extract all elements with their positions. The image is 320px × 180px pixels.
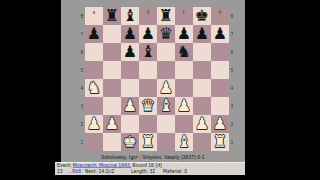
white-bishop: ♝	[175, 133, 193, 151]
square-d2	[139, 115, 157, 133]
square-b1	[103, 133, 121, 151]
coord-label-1: 1	[229, 133, 235, 151]
coord-label-f: f	[175, 0, 193, 7]
square-e2	[157, 115, 175, 133]
black-queen: ♛	[157, 25, 175, 43]
board-frame: abcdefgh 87654321 ♜♝♜♚♟♟♟♛♟♟♟♟♝♞♞♟♟♛♝♟♟♟…	[79, 0, 237, 158]
white-knight: ♞	[85, 79, 103, 97]
square-g4	[193, 79, 211, 97]
left-letterbox	[0, 0, 61, 180]
square-h6	[211, 43, 229, 61]
square-c5	[121, 61, 139, 79]
square-g6	[193, 43, 211, 61]
square-b4	[103, 79, 121, 97]
white-pawn: ♟	[175, 97, 193, 115]
white-bishop: ♝	[157, 97, 175, 115]
square-a1	[85, 133, 103, 151]
square-a6	[85, 43, 103, 61]
bottom-letterbox	[0, 175, 320, 180]
square-e5	[157, 61, 175, 79]
square-f5	[175, 61, 193, 79]
square-a3	[85, 97, 103, 115]
square-d3: ♛	[139, 97, 157, 115]
coord-label-4: 4	[229, 79, 235, 97]
coord-label-h: h	[211, 151, 229, 158]
coord-label-2: 2	[229, 115, 235, 133]
coord-label-h: h	[211, 0, 229, 7]
square-f1: ♝	[175, 133, 193, 151]
white-pawn: ♟	[211, 115, 229, 133]
square-a4: ♞	[85, 79, 103, 97]
material-balance: Material: 0	[163, 169, 187, 174]
square-e7: ♛	[157, 25, 175, 43]
white-rook: ♜	[139, 133, 157, 151]
last-move: ...Rb8	[68, 169, 81, 174]
square-b3	[103, 97, 121, 115]
square-d1: ♜	[139, 133, 157, 151]
move-number: 13	[57, 169, 63, 174]
game-length: Length: 32	[131, 169, 155, 174]
square-a7: ♟	[85, 25, 103, 43]
coord-label-5: 5	[229, 61, 235, 79]
square-h2: ♟	[211, 115, 229, 133]
square-g7: ♟	[193, 25, 211, 43]
square-d5	[139, 61, 157, 79]
event-link: Moscowch, Moscow 1943,	[73, 163, 131, 168]
square-h3	[211, 97, 229, 115]
square-e1	[157, 133, 175, 151]
square-h7: ♟	[211, 25, 229, 43]
coord-label-d: d	[139, 0, 157, 7]
white-king: ♚	[121, 133, 139, 151]
square-b2: ♟	[103, 115, 121, 133]
black-knight: ♞	[175, 43, 193, 61]
square-f2	[175, 115, 193, 133]
square-d7: ♟	[139, 25, 157, 43]
square-f7: ♟	[175, 25, 193, 43]
square-a2: ♟	[85, 115, 103, 133]
white-pawn: ♟	[121, 97, 139, 115]
black-pawn: ♟	[121, 43, 139, 61]
square-c3: ♟	[121, 97, 139, 115]
square-c1: ♚	[121, 133, 139, 151]
black-bishop: ♝	[139, 43, 157, 61]
white-pawn: ♟	[157, 79, 175, 97]
square-h5	[211, 61, 229, 79]
square-a5	[85, 61, 103, 79]
coord-label-8: 8	[229, 7, 235, 25]
square-c7: ♟	[121, 25, 139, 43]
coord-label-6: 6	[229, 43, 235, 61]
coord-label-a: a	[85, 0, 103, 7]
coord-label-7: 7	[229, 25, 235, 43]
next-move: Next: 14.Qc2	[85, 169, 114, 174]
square-b5	[103, 61, 121, 79]
chess-video-frame: abcdefgh 87654321 ♜♝♜♚♟♟♟♛♟♟♟♟♝♞♞♟♟♛♝♟♟♟…	[61, 0, 245, 180]
black-pawn: ♟	[175, 25, 193, 43]
white-rook: ♜	[211, 133, 229, 151]
white-pawn: ♟	[85, 115, 103, 133]
square-c6: ♟	[121, 43, 139, 61]
black-pawn: ♟	[85, 25, 103, 43]
game-info-bar: Event: Moscowch, Moscow 1943, Round 16 […	[55, 162, 245, 176]
white-queen: ♛	[139, 97, 157, 115]
square-f3: ♟	[175, 97, 193, 115]
square-f6: ♞	[175, 43, 193, 61]
chess-board: ♜♝♜♚♟♟♟♛♟♟♟♟♝♞♞♟♟♛♝♟♟♟♟♟♚♜♝♜	[85, 7, 229, 151]
coord-label-a: a	[85, 151, 103, 158]
square-d4	[139, 79, 157, 97]
black-pawn: ♟	[211, 25, 229, 43]
event-label: Event:	[57, 163, 73, 168]
event-tail: Round 16 [d]	[131, 163, 162, 168]
square-b6	[103, 43, 121, 61]
black-pawn: ♟	[193, 25, 211, 43]
square-e3: ♝	[157, 97, 175, 115]
coord-label-3: 3	[229, 97, 235, 115]
white-pawn: ♟	[193, 115, 211, 133]
square-d6: ♝	[139, 43, 157, 61]
black-pawn: ♟	[139, 25, 157, 43]
square-h4	[211, 79, 229, 97]
square-c2	[121, 115, 139, 133]
square-e4: ♟	[157, 79, 175, 97]
square-g2: ♟	[193, 115, 211, 133]
square-e6	[157, 43, 175, 61]
black-pawn: ♟	[121, 25, 139, 43]
square-g5	[193, 61, 211, 79]
square-g3	[193, 97, 211, 115]
square-c4	[121, 79, 139, 97]
square-f4	[175, 79, 193, 97]
white-pawn: ♟	[103, 115, 121, 133]
event-text: Event: Moscowch, Moscow 1943, Round 16 […	[57, 163, 162, 168]
rank-labels-right: 87654321	[229, 7, 237, 151]
players-result-line: Sokolovsky, Igor - Smyslov, Vassily (263…	[101, 155, 204, 160]
square-g1	[193, 133, 211, 151]
square-b7	[103, 25, 121, 43]
right-letterbox	[245, 0, 320, 180]
square-h1: ♜	[211, 133, 229, 151]
